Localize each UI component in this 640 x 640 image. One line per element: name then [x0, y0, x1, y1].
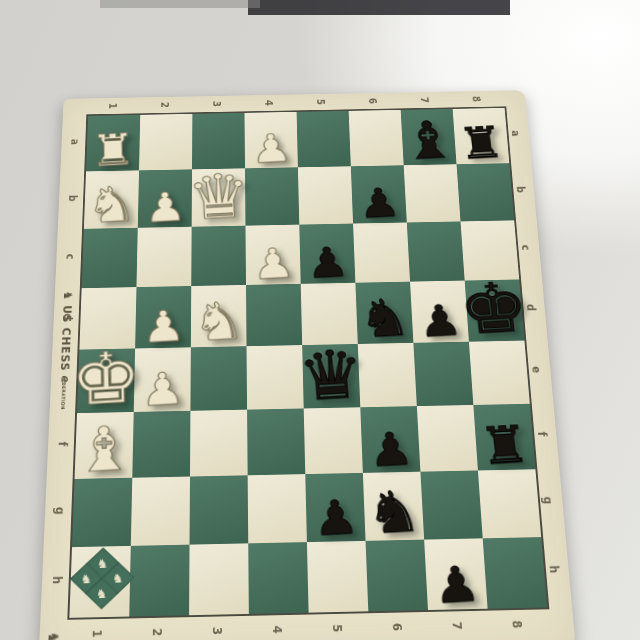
square-e4[interactable] — [247, 345, 304, 410]
square-c1[interactable] — [82, 228, 138, 288]
white-queen-b3[interactable]: ♛ — [192, 168, 246, 226]
label-left-a: a — [68, 136, 81, 147]
square-g1[interactable] — [72, 478, 132, 547]
square-h3[interactable] — [189, 543, 249, 615]
label-left-d: d — [61, 311, 74, 323]
dark-table-edge — [248, 0, 510, 15]
square-b7[interactable] — [404, 164, 461, 222]
square-h8[interactable] — [483, 537, 548, 609]
label-top-3: 3 — [211, 99, 223, 109]
label-right-f: f — [535, 427, 549, 439]
square-e3[interactable] — [190, 346, 247, 411]
white-knight-d3[interactable]: ♞ — [191, 285, 247, 347]
playfield: ♞♞♞♞♜♞♚♝♟♟♟♛♞♟♟♟♛♟♟♞♟♞♝♟♟♜♚♜ — [67, 106, 549, 619]
us-chess-knight-icon: ♞ — [61, 290, 75, 301]
black-pawn-b6[interactable]: ♟ — [351, 165, 407, 223]
label-top-5: 5 — [314, 97, 326, 107]
square-f3[interactable] — [190, 410, 248, 477]
square-g7[interactable] — [420, 470, 482, 539]
wall-shadow — [100, 0, 260, 8]
black-bishop-a7[interactable]: ♝ — [401, 109, 457, 165]
square-g4[interactable] — [248, 474, 307, 543]
square-c2[interactable] — [136, 227, 191, 287]
label-bottom-3: 3 — [210, 624, 224, 638]
black-pawn-f6[interactable]: ♟ — [360, 406, 420, 473]
coordinate-labels: aabbccddeeffgghh1122334455667788 — [64, 90, 525, 99]
black-rook-a8[interactable]: ♜ — [453, 108, 510, 164]
label-top-2: 2 — [159, 100, 171, 110]
square-h6[interactable] — [366, 540, 428, 612]
square-c3[interactable] — [191, 226, 246, 286]
square-h5[interactable] — [307, 541, 368, 613]
black-pawn-c5[interactable]: ♟ — [299, 224, 355, 284]
label-top-8: 8 — [470, 94, 483, 104]
label-right-a: a — [509, 128, 522, 139]
label-left-c: c — [64, 250, 77, 261]
black-knight-d6[interactable]: ♞ — [355, 282, 413, 344]
corner-diamond-logo: ♞♞♞♞ — [74, 551, 139, 613]
black-knight-g6[interactable]: ♞ — [363, 472, 424, 541]
corner-knight-icon: ♞ — [46, 631, 63, 640]
label-top-1: 1 — [106, 101, 118, 111]
square-f7[interactable] — [417, 405, 478, 472]
square-f4[interactable] — [247, 408, 305, 475]
black-king-d8[interactable]: ♚ — [465, 279, 525, 341]
label-bottom-2: 2 — [150, 625, 164, 639]
label-bottom-1: 1 — [90, 627, 104, 640]
white-king-e1[interactable]: ♚ — [77, 348, 135, 413]
white-bishop-f1[interactable]: ♝ — [75, 412, 134, 479]
label-bottom-7: 7 — [449, 619, 464, 633]
chess-board: ♞ US CHESS FEDERATION ♞♞♞♞♜♞♚♝♟♟♟♛♞♟♟♟♛♟… — [39, 90, 576, 640]
square-g8[interactable] — [478, 469, 541, 538]
square-h4[interactable] — [248, 542, 308, 614]
square-b4[interactable] — [245, 167, 299, 225]
square-a5[interactable] — [297, 111, 351, 167]
label-left-h: h — [50, 573, 64, 586]
white-pawn-e2[interactable]: ♟ — [134, 347, 191, 412]
label-left-f: f — [56, 437, 70, 450]
square-e6[interactable] — [358, 343, 417, 407]
white-pawn-b2[interactable]: ♟ — [138, 169, 192, 227]
white-knight-b1[interactable]: ♞ — [84, 170, 139, 228]
black-queen-e5[interactable]: ♛ — [302, 344, 360, 409]
black-rook-f8[interactable]: ♜ — [473, 404, 535, 471]
white-pawn-a4[interactable]: ♟ — [244, 112, 297, 168]
label-left-g: g — [53, 504, 67, 517]
black-pawn-h7[interactable]: ♟ — [424, 538, 487, 610]
square-g2[interactable] — [131, 477, 190, 546]
square-e7[interactable] — [413, 342, 473, 406]
label-top-6: 6 — [366, 96, 379, 106]
label-left-b: b — [66, 192, 79, 203]
white-pawn-c4[interactable]: ♟ — [245, 225, 300, 285]
photo-background: ♞ US CHESS FEDERATION ♞♞♞♞♜♞♚♝♟♟♟♛♞♟♟♟♛♟… — [0, 0, 640, 640]
label-top-4: 4 — [263, 98, 275, 108]
label-bottom-5: 5 — [330, 621, 344, 635]
square-b5[interactable] — [298, 166, 353, 224]
label-right-e: e — [529, 363, 543, 375]
square-a6[interactable] — [349, 110, 404, 166]
square-d4[interactable] — [246, 284, 302, 346]
square-b8[interactable] — [457, 163, 515, 221]
square-c6[interactable] — [353, 222, 410, 282]
label-bottom-4: 4 — [270, 623, 284, 637]
white-rook-a1[interactable]: ♜ — [86, 115, 140, 172]
square-f5[interactable] — [304, 407, 363, 474]
white-pawn-d2[interactable]: ♟ — [135, 286, 191, 348]
square-e8[interactable] — [469, 341, 530, 405]
square-a2[interactable] — [139, 114, 192, 171]
square-g3[interactable] — [190, 475, 249, 544]
label-right-b: b — [514, 184, 527, 195]
black-pawn-g5[interactable]: ♟ — [305, 473, 365, 542]
label-bottom-8: 8 — [509, 618, 524, 632]
label-right-h: h — [546, 562, 561, 575]
label-bottom-6: 6 — [390, 620, 405, 634]
label-top-7: 7 — [418, 95, 431, 105]
label-right-g: g — [540, 493, 555, 506]
label-right-c: c — [519, 242, 533, 253]
square-f2[interactable] — [132, 411, 190, 478]
